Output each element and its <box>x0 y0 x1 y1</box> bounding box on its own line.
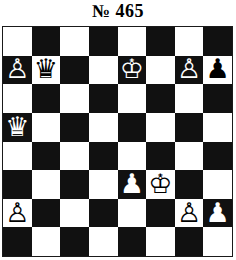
square-d3[interactable] <box>89 170 118 199</box>
square-a5[interactable]: ♛ <box>3 113 32 142</box>
square-d5[interactable] <box>89 113 118 142</box>
white-pawn-piece: ♙ <box>5 199 29 226</box>
square-h5[interactable] <box>203 113 232 142</box>
chess-diagram-page: № 465 ♙♛♔♙♟♛♟♔♙♙♟ <box>0 0 236 260</box>
square-d4[interactable] <box>89 142 118 171</box>
square-e3[interactable]: ♟ <box>118 170 147 199</box>
white-pawn-piece: ♟ <box>120 170 144 197</box>
square-b7[interactable]: ♛ <box>32 56 61 85</box>
square-g7[interactable]: ♙ <box>175 56 204 85</box>
square-g4[interactable] <box>175 142 204 171</box>
square-d6[interactable] <box>89 84 118 113</box>
square-c1[interactable] <box>60 227 89 256</box>
square-f4[interactable] <box>146 142 175 171</box>
square-a2[interactable]: ♙ <box>3 199 32 228</box>
black-king-piece: ♔ <box>120 56 144 83</box>
square-a8[interactable] <box>3 27 32 56</box>
square-b8[interactable] <box>32 27 61 56</box>
black-pawn-piece: ♙ <box>177 56 201 83</box>
square-e1[interactable] <box>118 227 147 256</box>
square-a7[interactable]: ♙ <box>3 56 32 85</box>
black-queen-piece: ♛ <box>34 56 58 83</box>
square-h4[interactable] <box>203 142 232 171</box>
square-g3[interactable] <box>175 170 204 199</box>
square-c5[interactable] <box>60 113 89 142</box>
square-b6[interactable] <box>32 84 61 113</box>
white-pawn-piece: ♙ <box>177 199 201 226</box>
square-a1[interactable] <box>3 227 32 256</box>
square-h1[interactable] <box>203 227 232 256</box>
square-e4[interactable] <box>118 142 147 171</box>
square-a6[interactable] <box>3 84 32 113</box>
square-f6[interactable] <box>146 84 175 113</box>
square-h6[interactable] <box>203 84 232 113</box>
black-pawn-piece: ♟ <box>206 56 230 83</box>
square-f1[interactable] <box>146 227 175 256</box>
square-b2[interactable] <box>32 199 61 228</box>
white-queen-piece: ♛ <box>5 113 29 140</box>
white-king-piece: ♔ <box>148 170 172 197</box>
square-c7[interactable] <box>60 56 89 85</box>
square-a4[interactable] <box>3 142 32 171</box>
square-h7[interactable]: ♟ <box>203 56 232 85</box>
square-b1[interactable] <box>32 227 61 256</box>
square-b5[interactable] <box>32 113 61 142</box>
square-c8[interactable] <box>60 27 89 56</box>
square-h3[interactable] <box>203 170 232 199</box>
white-pawn-piece: ♟ <box>206 199 230 226</box>
square-f8[interactable] <box>146 27 175 56</box>
square-c2[interactable] <box>60 199 89 228</box>
square-g2[interactable]: ♙ <box>175 199 204 228</box>
square-e8[interactable] <box>118 27 147 56</box>
square-f7[interactable] <box>146 56 175 85</box>
square-d7[interactable] <box>89 56 118 85</box>
square-d8[interactable] <box>89 27 118 56</box>
square-c4[interactable] <box>60 142 89 171</box>
square-h8[interactable] <box>203 27 232 56</box>
square-h2[interactable]: ♟ <box>203 199 232 228</box>
square-f2[interactable] <box>146 199 175 228</box>
square-d1[interactable] <box>89 227 118 256</box>
square-e7[interactable]: ♔ <box>118 56 147 85</box>
square-e5[interactable] <box>118 113 147 142</box>
square-c3[interactable] <box>60 170 89 199</box>
puzzle-number-title: № 465 <box>0 0 236 22</box>
square-b4[interactable] <box>32 142 61 171</box>
square-f5[interactable] <box>146 113 175 142</box>
square-g1[interactable] <box>175 227 204 256</box>
chess-board: ♙♛♔♙♟♛♟♔♙♙♟ <box>2 26 233 257</box>
square-g6[interactable] <box>175 84 204 113</box>
square-e2[interactable] <box>118 199 147 228</box>
square-g8[interactable] <box>175 27 204 56</box>
square-f3[interactable]: ♔ <box>146 170 175 199</box>
square-d2[interactable] <box>89 199 118 228</box>
square-a3[interactable] <box>3 170 32 199</box>
square-c6[interactable] <box>60 84 89 113</box>
square-b3[interactable] <box>32 170 61 199</box>
black-pawn-piece: ♙ <box>5 56 29 83</box>
square-g5[interactable] <box>175 113 204 142</box>
square-e6[interactable] <box>118 84 147 113</box>
